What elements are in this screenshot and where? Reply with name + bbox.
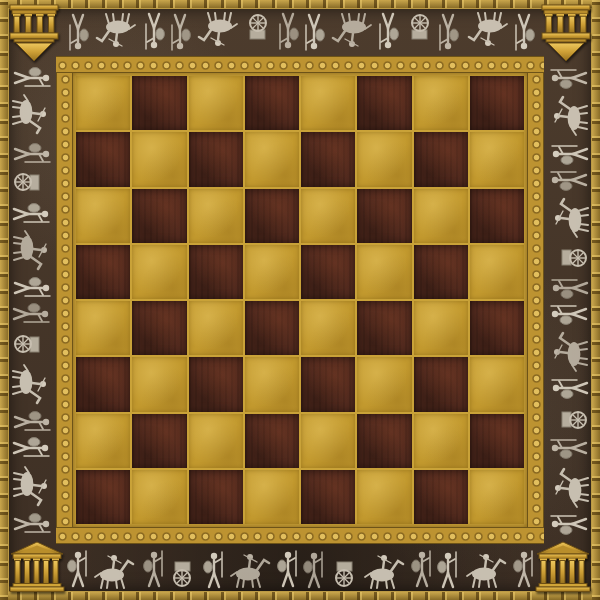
inner-frame-top — [56, 56, 544, 73]
inner-frame-bottom — [56, 527, 544, 544]
square-d5[interactable] — [245, 245, 299, 299]
square-f2[interactable] — [357, 414, 411, 468]
square-c6[interactable] — [189, 189, 243, 243]
square-b2[interactable] — [132, 414, 186, 468]
square-f6[interactable] — [357, 189, 411, 243]
square-a6[interactable] — [76, 189, 130, 243]
square-e1[interactable] — [301, 470, 355, 524]
chess-board-product — [0, 0, 600, 600]
portico-column-icon — [8, 4, 60, 62]
square-g2[interactable] — [414, 414, 468, 468]
square-b5[interactable] — [132, 245, 186, 299]
portico-column-icon — [540, 4, 592, 62]
square-h5[interactable] — [470, 245, 524, 299]
square-g1[interactable] — [414, 470, 468, 524]
square-a5[interactable] — [76, 245, 130, 299]
outer-trim-left — [0, 0, 8, 600]
square-c7[interactable] — [189, 132, 243, 186]
square-b6[interactable] — [132, 189, 186, 243]
square-a8[interactable] — [76, 76, 130, 130]
square-f1[interactable] — [357, 470, 411, 524]
square-b4[interactable] — [132, 301, 186, 355]
square-f3[interactable] — [357, 357, 411, 411]
square-h3[interactable] — [470, 357, 524, 411]
frieze-relief-top-icon — [63, 11, 539, 55]
square-h4[interactable] — [470, 301, 524, 355]
square-d4[interactable] — [245, 301, 299, 355]
square-b3[interactable] — [132, 357, 186, 411]
square-c8[interactable] — [189, 76, 243, 130]
square-b1[interactable] — [132, 470, 186, 524]
inner-frame-right — [527, 73, 544, 527]
square-a3[interactable] — [76, 357, 130, 411]
temple-icon — [535, 541, 591, 593]
square-e8[interactable] — [301, 76, 355, 130]
square-c5[interactable] — [189, 245, 243, 299]
square-g8[interactable] — [414, 76, 468, 130]
square-g3[interactable] — [414, 357, 468, 411]
square-b7[interactable] — [132, 132, 186, 186]
square-e6[interactable] — [301, 189, 355, 243]
square-h1[interactable] — [470, 470, 524, 524]
square-a2[interactable] — [76, 414, 130, 468]
inner-frame-left — [56, 73, 73, 527]
square-f8[interactable] — [357, 76, 411, 130]
outer-trim-bottom — [0, 592, 600, 600]
square-h7[interactable] — [470, 132, 524, 186]
square-b8[interactable] — [132, 76, 186, 130]
square-a1[interactable] — [76, 470, 130, 524]
square-a7[interactable] — [76, 132, 130, 186]
square-e7[interactable] — [301, 132, 355, 186]
frieze-relief-right-icon — [546, 63, 590, 539]
square-d2[interactable] — [245, 414, 299, 468]
square-f5[interactable] — [357, 245, 411, 299]
chess-board — [73, 73, 527, 527]
square-g4[interactable] — [414, 301, 468, 355]
square-d1[interactable] — [245, 470, 299, 524]
square-c4[interactable] — [189, 301, 243, 355]
square-d8[interactable] — [245, 76, 299, 130]
temple-icon — [9, 541, 65, 593]
square-d7[interactable] — [245, 132, 299, 186]
square-d3[interactable] — [245, 357, 299, 411]
square-c3[interactable] — [189, 357, 243, 411]
square-e2[interactable] — [301, 414, 355, 468]
square-c2[interactable] — [189, 414, 243, 468]
square-g6[interactable] — [414, 189, 468, 243]
frieze-relief-left-icon — [11, 63, 55, 539]
square-h8[interactable] — [470, 76, 524, 130]
square-e5[interactable] — [301, 245, 355, 299]
outer-trim-right — [592, 0, 600, 600]
square-c1[interactable] — [189, 470, 243, 524]
square-h6[interactable] — [470, 189, 524, 243]
square-d6[interactable] — [245, 189, 299, 243]
frieze-relief-bottom-icon — [63, 546, 539, 590]
square-a4[interactable] — [76, 301, 130, 355]
square-f4[interactable] — [357, 301, 411, 355]
square-f7[interactable] — [357, 132, 411, 186]
square-e4[interactable] — [301, 301, 355, 355]
square-g7[interactable] — [414, 132, 468, 186]
square-g5[interactable] — [414, 245, 468, 299]
square-e3[interactable] — [301, 357, 355, 411]
outer-trim-top — [0, 0, 600, 8]
square-h2[interactable] — [470, 414, 524, 468]
